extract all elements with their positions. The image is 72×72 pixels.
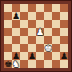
piece-black-pawn: ♟: [28, 52, 36, 60]
piece-black-pawn: ♟: [12, 12, 20, 20]
square-a8[interactable]: [4, 4, 12, 12]
square-f1[interactable]: [44, 60, 52, 68]
square-e3[interactable]: [36, 44, 44, 52]
square-h1[interactable]: [60, 60, 68, 68]
square-g5[interactable]: [52, 28, 60, 36]
square-b5[interactable]: [12, 28, 20, 36]
square-f6[interactable]: [44, 20, 52, 28]
piece-black-king: ♚: [4, 60, 12, 68]
square-e8[interactable]: [36, 4, 44, 12]
piece-white-knight: ♞: [12, 60, 20, 68]
square-e6[interactable]: [36, 20, 44, 28]
square-a1[interactable]: ♚: [4, 60, 12, 68]
square-c4[interactable]: [20, 36, 28, 44]
square-b4[interactable]: [12, 36, 20, 44]
piece-black-pawn: ♟: [60, 52, 68, 60]
square-a5[interactable]: [4, 28, 12, 36]
piece-white-pawn: ♟: [36, 28, 44, 36]
square-b1[interactable]: ♞: [12, 60, 20, 68]
square-a3[interactable]: [4, 44, 12, 52]
square-e7[interactable]: [36, 12, 44, 20]
square-c7[interactable]: [20, 12, 28, 20]
square-g7[interactable]: [52, 12, 60, 20]
square-e2[interactable]: [36, 52, 44, 60]
square-d2[interactable]: ♟: [28, 52, 36, 60]
square-b8[interactable]: [12, 4, 20, 12]
square-a2[interactable]: [4, 52, 12, 60]
square-d7[interactable]: [28, 12, 36, 20]
square-g2[interactable]: [52, 52, 60, 60]
square-g8[interactable]: [52, 4, 60, 12]
square-b7[interactable]: ♟: [12, 12, 20, 20]
square-c5[interactable]: [20, 28, 28, 36]
square-d8[interactable]: [28, 4, 36, 12]
square-f4[interactable]: [44, 36, 52, 44]
square-a6[interactable]: [4, 20, 12, 28]
square-h7[interactable]: [60, 12, 68, 20]
square-a4[interactable]: [4, 36, 12, 44]
square-a7[interactable]: [4, 12, 12, 20]
square-c6[interactable]: [20, 20, 28, 28]
square-e4[interactable]: [36, 36, 44, 44]
chess-board: ♟♟♚♟♟♟♚♞: [4, 4, 68, 68]
square-c1[interactable]: [20, 60, 28, 68]
square-b3[interactable]: [12, 44, 20, 52]
square-f5[interactable]: [44, 28, 52, 36]
square-h3[interactable]: [60, 44, 68, 52]
square-d5[interactable]: [28, 28, 36, 36]
square-g3[interactable]: [52, 44, 60, 52]
square-b2[interactable]: ♟: [12, 52, 20, 60]
square-c3[interactable]: [20, 44, 28, 52]
square-g4[interactable]: [52, 36, 60, 44]
square-g6[interactable]: [52, 20, 60, 28]
piece-white-king: ♚: [44, 44, 52, 52]
square-f7[interactable]: [44, 12, 52, 20]
square-h4[interactable]: [60, 36, 68, 44]
square-h8[interactable]: [60, 4, 68, 12]
square-f2[interactable]: [44, 52, 52, 60]
square-d3[interactable]: [28, 44, 36, 52]
square-d4[interactable]: [28, 36, 36, 44]
square-c2[interactable]: [20, 52, 28, 60]
piece-black-pawn: ♟: [12, 52, 20, 60]
square-g1[interactable]: [52, 60, 60, 68]
square-f8[interactable]: [44, 4, 52, 12]
square-f3[interactable]: ♚: [44, 44, 52, 52]
square-d1[interactable]: [28, 60, 36, 68]
square-e1[interactable]: [36, 60, 44, 68]
square-h5[interactable]: [60, 28, 68, 36]
square-b6[interactable]: [12, 20, 20, 28]
chess-board-frame: ♟♟♚♟♟♟♚♞: [0, 0, 72, 72]
square-h6[interactable]: [60, 20, 68, 28]
square-h2[interactable]: ♟: [60, 52, 68, 60]
square-d6[interactable]: [28, 20, 36, 28]
square-e5[interactable]: ♟: [36, 28, 44, 36]
square-c8[interactable]: [20, 4, 28, 12]
